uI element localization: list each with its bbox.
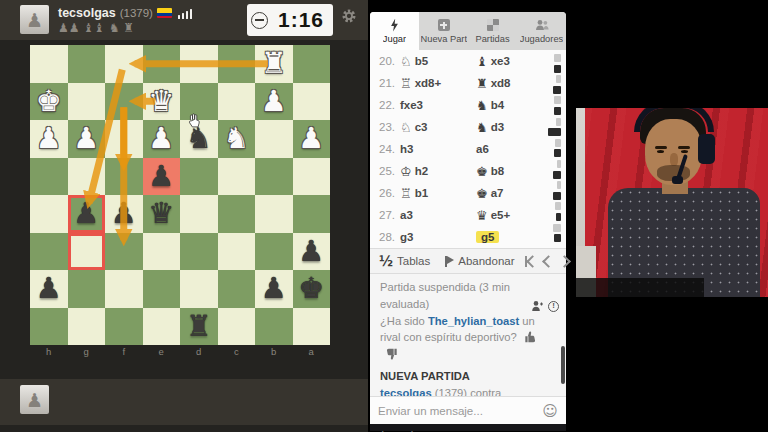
half-icon: ½ xyxy=(379,253,393,269)
black-move[interactable]: ♞d3 xyxy=(476,120,552,135)
square-e3[interactable]: ♟ xyxy=(143,120,181,158)
plus-square-icon xyxy=(437,18,451,32)
square-a5[interactable] xyxy=(293,195,331,233)
square-b2[interactable]: ♟ xyxy=(255,83,293,121)
white-move[interactable]: ♖b1 xyxy=(400,186,476,201)
white-move[interactable]: a3 xyxy=(400,209,476,221)
white-move[interactable]: ♔h2 xyxy=(400,164,476,179)
move-list[interactable]: 20.♘b5♝xe321.♖xd8+♜xd822.fxe3♞b423.♘c3♞d… xyxy=(370,50,566,248)
square-f4[interactable] xyxy=(105,158,143,196)
hand-cursor xyxy=(186,112,203,130)
piece-P-g3[interactable]: ♟ xyxy=(68,120,106,158)
square-e5[interactable]: ♛ xyxy=(143,195,181,233)
thumbs-down-icon[interactable] xyxy=(384,347,398,361)
move-number: 22. xyxy=(370,99,400,111)
square-g1[interactable] xyxy=(68,45,106,83)
square-b8[interactable] xyxy=(255,308,293,346)
square-d4[interactable] xyxy=(180,158,218,196)
players-icon xyxy=(535,18,549,32)
square-b4[interactable] xyxy=(255,158,293,196)
square-h8[interactable] xyxy=(30,308,68,346)
webcam xyxy=(576,108,768,297)
move-number: 21. xyxy=(370,77,400,89)
square-g5[interactable]: ♟ xyxy=(68,195,106,233)
square-a2[interactable] xyxy=(293,83,331,121)
chat-sportsmanship-question: ¿Ha sido The_hylian_toast un rival con e… xyxy=(380,313,556,363)
chat-member-icon[interactable] xyxy=(531,300,543,312)
white-move[interactable]: ♖xd8+ xyxy=(400,76,476,91)
square-a1[interactable] xyxy=(293,45,331,83)
move-row-27: 27.a3♛e5+ xyxy=(370,204,566,226)
black-move[interactable]: ♝xe3 xyxy=(476,54,552,69)
move-row-21: 21.♖xd8+♜xd8 xyxy=(370,72,566,94)
square-c6[interactable] xyxy=(218,233,256,271)
piece-k-a7[interactable]: ♚ xyxy=(293,270,331,308)
offer-draw-button[interactable]: ½ Tablas xyxy=(379,253,430,269)
black-move[interactable]: ♚a7 xyxy=(476,186,552,201)
square-a4[interactable] xyxy=(293,158,331,196)
emoji-icon[interactable]: ☺ xyxy=(542,402,558,420)
top-player-captured-pieces: ♟♟ ♝♝ ♞ ♜ xyxy=(58,21,134,35)
piece-Q-e2[interactable]: ♛ xyxy=(143,83,181,121)
move-number: 20. xyxy=(370,55,400,67)
square-b6[interactable] xyxy=(255,233,293,271)
square-e2[interactable]: ♛ xyxy=(143,83,181,121)
tab-bar: Jugar Nueva Part… Partidas Jugadores xyxy=(370,12,566,50)
square-a3[interactable]: ♟ xyxy=(293,120,331,158)
square-c7[interactable] xyxy=(218,270,256,308)
clock-minus-icon xyxy=(251,12,268,29)
square-d6[interactable] xyxy=(180,233,218,271)
square-c2[interactable] xyxy=(218,83,256,121)
checkerboard-icon xyxy=(486,18,500,32)
square-b7[interactable]: ♟ xyxy=(255,270,293,308)
square-e7[interactable] xyxy=(143,270,181,308)
black-move[interactable]: ♞b4 xyxy=(476,98,552,113)
square-g7[interactable] xyxy=(68,270,106,308)
square-e4[interactable]: ♟ xyxy=(143,158,181,196)
move-row-20: 20.♘b5♝xe3 xyxy=(370,50,566,72)
square-e1[interactable] xyxy=(143,45,181,83)
move-number: 25. xyxy=(370,165,400,177)
square-h1[interactable] xyxy=(30,45,68,83)
square-g2[interactable] xyxy=(68,83,106,121)
move-row-22: 22.fxe3♞b4 xyxy=(370,94,566,116)
tab-partidas[interactable]: Partidas xyxy=(468,12,517,50)
square-a8[interactable] xyxy=(293,308,331,346)
square-g3[interactable]: ♟ xyxy=(68,120,106,158)
headphones-band xyxy=(634,108,714,132)
square-f6[interactable] xyxy=(105,233,143,271)
square-h5[interactable] xyxy=(30,195,68,233)
resign-flag-icon xyxy=(444,256,454,267)
bottom-player-bar: ♟ miguel2209 (1331) ♟♟♟ ♝♝ ♞ ♜+1 0:42 xyxy=(0,379,368,425)
move-row-24: 24.h3a6 xyxy=(370,138,566,160)
new-game-header: NUEVA PARTIDA xyxy=(380,368,556,385)
square-h2[interactable]: ♚ xyxy=(30,83,68,121)
move-row-26: 26.♖b1♚a7 xyxy=(370,182,566,204)
top-player-avatar[interactable]: ♟ xyxy=(20,5,49,34)
piece-P-h3[interactable]: ♟ xyxy=(30,120,68,158)
chess-board[interactable]: ♜♚♛♟♟♟♟♞♞♟♟♟♟♛♟♟♟♚♜ xyxy=(30,45,330,345)
lightning-icon xyxy=(388,18,402,32)
square-d5[interactable] xyxy=(180,195,218,233)
square-f5[interactable]: ♟ xyxy=(105,195,143,233)
square-h4[interactable] xyxy=(30,158,68,196)
square-a7[interactable]: ♚ xyxy=(293,270,331,308)
move-row-28: 28.g3g5 xyxy=(370,226,566,248)
square-a6[interactable]: ♟ xyxy=(293,233,331,271)
piece-p-e4[interactable]: ♟ xyxy=(143,158,181,196)
top-clock-time: 1:16 xyxy=(278,8,324,32)
square-g4[interactable] xyxy=(68,158,106,196)
microphone-icon xyxy=(672,176,683,184)
app: ♟ tecsolgas (1379) ♟♟ ♝♝ ♞ ♜ 1:16 123456… xyxy=(0,0,768,432)
square-g6[interactable] xyxy=(68,233,106,271)
lichess-panel: Jugar Nueva Part… Partidas Jugadores 20.… xyxy=(370,12,566,424)
black-move[interactable]: a6 xyxy=(476,143,552,155)
piece-q-e5[interactable]: ♛ xyxy=(143,195,181,233)
game-actions: ½ Tablas Abandonar xyxy=(370,248,566,274)
move-number: 28. xyxy=(370,231,400,243)
move-row-25: 25.♔h2♚b8 xyxy=(370,160,566,182)
resign-button[interactable]: Abandonar xyxy=(444,255,514,267)
square-c4[interactable] xyxy=(218,158,256,196)
piece-p-b7[interactable]: ♟ xyxy=(255,270,293,308)
chat-area: Partida suspendida (3 min evaluada) ¿Ha … xyxy=(370,274,566,396)
thumbs-up-icon[interactable] xyxy=(524,330,538,344)
top-player-nameline: tecsolgas (1379) xyxy=(58,6,192,20)
top-player-rating: (1379) xyxy=(120,7,153,19)
square-b1[interactable]: ♜ xyxy=(255,45,293,83)
square-h7[interactable]: ♟ xyxy=(30,270,68,308)
desk-shadow xyxy=(576,278,704,297)
square-c5[interactable] xyxy=(218,195,256,233)
gear-icon[interactable] xyxy=(340,7,358,25)
tab-jugadores[interactable]: Jugadores xyxy=(517,12,566,50)
black-move[interactable]: ♜xd8 xyxy=(476,76,552,91)
move-number: 26. xyxy=(370,187,400,199)
board-file-labels: hgfedcba xyxy=(30,346,330,358)
opponent-link[interactable]: The_hylian_toast xyxy=(428,315,519,327)
game-area: ♟ tecsolgas (1379) ♟♟ ♝♝ ♞ ♜ 1:16 123456… xyxy=(0,0,368,432)
square-e8[interactable] xyxy=(143,308,181,346)
piece-P-a3[interactable]: ♟ xyxy=(293,120,331,158)
white-move[interactable]: g3 xyxy=(400,231,476,243)
nav-prev-button[interactable] xyxy=(542,255,555,268)
black-move[interactable]: ♛e5+ xyxy=(476,208,552,223)
square-h6[interactable] xyxy=(30,233,68,271)
square-c8[interactable] xyxy=(218,308,256,346)
headphones-cup xyxy=(698,134,715,164)
top-player-signal-icon xyxy=(178,8,193,19)
move-number: 24. xyxy=(370,143,400,155)
black-move[interactable]: g5 xyxy=(476,231,552,243)
colombia-flag-icon xyxy=(157,8,172,18)
white-move[interactable]: h3 xyxy=(400,143,476,155)
square-f2[interactable] xyxy=(105,83,143,121)
square-f8[interactable] xyxy=(105,308,143,346)
piece-N-c3[interactable]: ♞ xyxy=(218,120,256,158)
panel-bottom-strip xyxy=(370,424,566,431)
move-number: 23. xyxy=(370,121,400,133)
chat-scrollbar[interactable] xyxy=(561,346,565,384)
chat-system-message: Partida suspendida (3 min evaluada) xyxy=(380,279,556,313)
move-row-23: 23.♘c3♞d3 xyxy=(370,116,566,138)
white-move[interactable]: ♘b5 xyxy=(400,54,476,69)
tab-jugar[interactable]: Jugar xyxy=(370,12,419,50)
square-d7[interactable] xyxy=(180,270,218,308)
chat-warning-icon[interactable]: ! xyxy=(548,301,559,312)
square-c3[interactable]: ♞ xyxy=(218,120,256,158)
square-c1[interactable] xyxy=(218,45,256,83)
square-d1[interactable] xyxy=(180,45,218,83)
square-g8[interactable] xyxy=(68,308,106,346)
piece-p-f5[interactable]: ♟ xyxy=(105,195,143,233)
white-move[interactable]: ♘c3 xyxy=(400,120,476,135)
square-f3[interactable] xyxy=(105,120,143,158)
chevron-left-icon xyxy=(526,255,539,268)
board-container[interactable]: ♜♚♛♟♟♟♟♞♞♟♟♟♟♛♟♟♟♚♜ xyxy=(30,45,330,345)
square-d8[interactable]: ♜ xyxy=(180,308,218,346)
top-player-bar: ♟ tecsolgas (1379) ♟♟ ♝♝ ♞ ♜ 1:16 xyxy=(0,0,368,40)
tab-nueva-partida[interactable]: Nueva Part… xyxy=(419,12,468,50)
piece-p-a6[interactable]: ♟ xyxy=(293,233,331,271)
move-time-bars xyxy=(547,54,561,242)
chat-input-placeholder: Enviar un mensaje... xyxy=(378,405,483,417)
square-h3[interactable]: ♟ xyxy=(30,120,68,158)
top-player-clock: 1:16 xyxy=(247,4,333,36)
black-move[interactable]: ♚b8 xyxy=(476,164,552,179)
piece-p-g5[interactable]: ♟ xyxy=(68,195,106,233)
top-player-name[interactable]: tecsolgas xyxy=(58,6,116,20)
white-move[interactable]: fxe3 xyxy=(400,99,476,111)
piece-R-b1[interactable]: ♜ xyxy=(255,45,293,83)
piece-P-b2[interactable]: ♟ xyxy=(255,83,293,121)
square-f1[interactable] xyxy=(105,45,143,83)
piece-p-h7[interactable]: ♟ xyxy=(30,270,68,308)
square-b5[interactable] xyxy=(255,195,293,233)
move-number: 27. xyxy=(370,209,400,221)
nav-first-button[interactable] xyxy=(525,256,538,267)
piece-r-d8[interactable]: ♜ xyxy=(180,308,218,346)
square-e6[interactable] xyxy=(143,233,181,271)
piece-K-h2[interactable]: ♚ xyxy=(30,83,68,121)
nav-next-button[interactable] xyxy=(558,255,571,268)
square-b3[interactable] xyxy=(255,120,293,158)
chat-input[interactable]: Enviar un mensaje... ☺ xyxy=(370,396,566,424)
square-f7[interactable] xyxy=(105,270,143,308)
piece-P-e3[interactable]: ♟ xyxy=(143,120,181,158)
bottom-player-avatar[interactable]: ♟ xyxy=(20,385,49,414)
